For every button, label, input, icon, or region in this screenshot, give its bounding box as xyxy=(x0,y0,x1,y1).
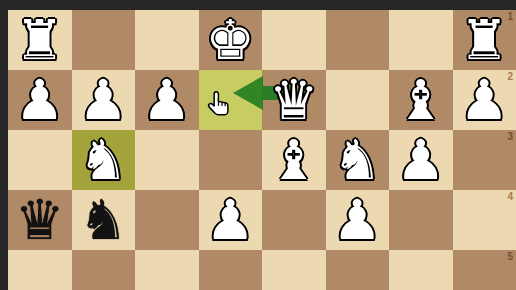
white-pawn-h2[interactable]: ♟ xyxy=(8,70,72,130)
square-b3[interactable]: ♟ xyxy=(389,130,453,190)
board-grid: ♜♚♜1♟♟♟♛♝♟2♞♝♞♟3♛♞♟♟45 xyxy=(8,10,516,290)
square-a3[interactable]: 3 xyxy=(453,130,516,190)
square-b2[interactable]: ♝ xyxy=(389,70,453,130)
square-f1[interactable] xyxy=(135,10,199,70)
square-f2[interactable]: ♟ xyxy=(135,70,199,130)
white-pawn-e4[interactable]: ♟ xyxy=(199,190,263,250)
square-b5[interactable] xyxy=(389,250,453,290)
square-e1[interactable]: ♚ xyxy=(199,10,263,70)
white-king-e1[interactable]: ♚ xyxy=(199,10,263,70)
white-knight-c3[interactable]: ♞ xyxy=(326,130,390,190)
rank-label-3: 3 xyxy=(507,131,513,142)
square-f4[interactable] xyxy=(135,190,199,250)
white-queen-d2[interactable]: ♛ xyxy=(262,70,326,130)
rank-label-2: 2 xyxy=(507,71,513,82)
square-g3[interactable]: ♞ xyxy=(72,130,136,190)
square-e2[interactable] xyxy=(199,70,263,130)
square-b4[interactable] xyxy=(389,190,453,250)
square-h2[interactable]: ♟ xyxy=(8,70,72,130)
square-d1[interactable] xyxy=(262,10,326,70)
white-pawn-g2[interactable]: ♟ xyxy=(72,70,136,130)
square-d4[interactable] xyxy=(262,190,326,250)
square-a2[interactable]: ♟2 xyxy=(453,70,516,130)
white-pawn-f2[interactable]: ♟ xyxy=(135,70,199,130)
square-g1[interactable] xyxy=(72,10,136,70)
white-rook-h1[interactable]: ♜ xyxy=(8,10,72,70)
black-knight-g4[interactable]: ♞ xyxy=(72,190,136,250)
square-f5[interactable] xyxy=(135,250,199,290)
white-pawn-c4[interactable]: ♟ xyxy=(326,190,390,250)
square-g4[interactable]: ♞ xyxy=(72,190,136,250)
chess-board: ♜♚♜1♟♟♟♛♝♟2♞♝♞♟3♛♞♟♟45 xyxy=(8,10,516,290)
square-d5[interactable] xyxy=(262,250,326,290)
square-a5[interactable]: 5 xyxy=(453,250,516,290)
square-c1[interactable] xyxy=(326,10,390,70)
rank-label-4: 4 xyxy=(507,191,513,202)
white-bishop-b2[interactable]: ♝ xyxy=(389,70,453,130)
square-h3[interactable] xyxy=(8,130,72,190)
square-c5[interactable] xyxy=(326,250,390,290)
white-knight-g3[interactable]: ♞ xyxy=(72,130,136,190)
square-e4[interactable]: ♟ xyxy=(199,190,263,250)
rank-label-5: 5 xyxy=(507,251,513,262)
square-d3[interactable]: ♝ xyxy=(262,130,326,190)
square-b1[interactable] xyxy=(389,10,453,70)
black-queen-h4[interactable]: ♛ xyxy=(8,190,72,250)
square-g5[interactable] xyxy=(72,250,136,290)
square-d2[interactable]: ♛ xyxy=(262,70,326,130)
square-g2[interactable]: ♟ xyxy=(72,70,136,130)
square-h1[interactable]: ♜ xyxy=(8,10,72,70)
white-bishop-d3[interactable]: ♝ xyxy=(262,130,326,190)
square-e5[interactable] xyxy=(199,250,263,290)
square-c2[interactable] xyxy=(326,70,390,130)
square-f3[interactable] xyxy=(135,130,199,190)
square-a4[interactable]: 4 xyxy=(453,190,516,250)
square-c4[interactable]: ♟ xyxy=(326,190,390,250)
square-h5[interactable] xyxy=(8,250,72,290)
white-pawn-b3[interactable]: ♟ xyxy=(389,130,453,190)
chess-app-window: ♜♚♜1♟♟♟♛♝♟2♞♝♞♟3♛♞♟♟45 xyxy=(0,0,516,290)
rank-label-1: 1 xyxy=(507,11,513,22)
square-e3[interactable] xyxy=(199,130,263,190)
square-h4[interactable]: ♛ xyxy=(8,190,72,250)
square-a1[interactable]: ♜1 xyxy=(453,10,516,70)
square-c3[interactable]: ♞ xyxy=(326,130,390,190)
